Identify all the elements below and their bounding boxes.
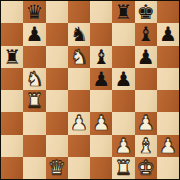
square-g1[interactable]: ♚ [135, 157, 157, 179]
black-pawn: ♟ [159, 23, 177, 45]
square-f1[interactable]: ♜ [112, 157, 134, 179]
square-f4[interactable] [112, 90, 134, 112]
square-b3[interactable] [23, 112, 45, 134]
white-knight: ♞ [25, 68, 43, 90]
chess-board: ♛♜♚♟♞♝♟♜♞♝♟♞♟♟♜♟♟♟♟♝♟♛♜♚ [0, 0, 180, 180]
black-rook: ♜ [114, 1, 132, 23]
square-e7[interactable] [90, 23, 112, 45]
white-pawn: ♟ [92, 112, 110, 134]
square-h4[interactable] [157, 90, 179, 112]
square-g7[interactable]: ♝ [135, 23, 157, 45]
square-e4[interactable] [90, 90, 112, 112]
white-pawn: ♟ [159, 135, 177, 157]
square-g2[interactable]: ♝ [135, 135, 157, 157]
square-f8[interactable]: ♜ [112, 1, 134, 23]
black-rook: ♜ [3, 46, 21, 68]
square-d5[interactable] [68, 68, 90, 90]
square-d4[interactable] [68, 90, 90, 112]
square-a2[interactable] [1, 135, 23, 157]
white-queen: ♛ [48, 157, 66, 179]
square-f5[interactable]: ♟ [112, 68, 134, 90]
square-a5[interactable] [1, 68, 23, 90]
square-g5[interactable] [135, 68, 157, 90]
square-c1[interactable]: ♛ [46, 157, 68, 179]
square-h1[interactable] [157, 157, 179, 179]
square-c4[interactable] [46, 90, 68, 112]
square-d2[interactable] [68, 135, 90, 157]
square-h3[interactable] [157, 112, 179, 134]
black-knight: ♞ [70, 23, 88, 45]
square-e1[interactable] [90, 157, 112, 179]
square-c7[interactable] [46, 23, 68, 45]
square-e6[interactable]: ♝ [90, 46, 112, 68]
black-king: ♚ [137, 1, 155, 23]
square-c6[interactable] [46, 46, 68, 68]
square-d1[interactable] [68, 157, 90, 179]
white-pawn: ♟ [70, 112, 88, 134]
square-b1[interactable] [23, 157, 45, 179]
square-a3[interactable] [1, 112, 23, 134]
square-g6[interactable]: ♟ [135, 46, 157, 68]
white-rook: ♜ [114, 157, 132, 179]
square-f3[interactable] [112, 112, 134, 134]
square-e2[interactable] [90, 135, 112, 157]
white-king: ♚ [137, 157, 155, 179]
square-f6[interactable] [112, 46, 134, 68]
square-c5[interactable] [46, 68, 68, 90]
white-pawn: ♟ [137, 112, 155, 134]
square-f2[interactable]: ♟ [112, 135, 134, 157]
square-c8[interactable] [46, 1, 68, 23]
white-rook: ♜ [25, 90, 43, 112]
square-e3[interactable]: ♟ [90, 112, 112, 134]
square-b7[interactable]: ♟ [23, 23, 45, 45]
black-pawn: ♟ [137, 46, 155, 68]
square-b4[interactable]: ♜ [23, 90, 45, 112]
square-a6[interactable]: ♜ [1, 46, 23, 68]
square-a4[interactable] [1, 90, 23, 112]
square-g8[interactable]: ♚ [135, 1, 157, 23]
square-h2[interactable]: ♟ [157, 135, 179, 157]
black-pawn: ♟ [92, 68, 110, 90]
white-pawn: ♟ [114, 135, 132, 157]
square-g4[interactable] [135, 90, 157, 112]
white-bishop: ♝ [137, 135, 155, 157]
square-a8[interactable] [1, 1, 23, 23]
black-bishop: ♝ [137, 23, 155, 45]
black-bishop: ♝ [92, 46, 110, 68]
square-c3[interactable] [46, 112, 68, 134]
square-h7[interactable]: ♟ [157, 23, 179, 45]
square-g3[interactable]: ♟ [135, 112, 157, 134]
square-e8[interactable] [90, 1, 112, 23]
square-h5[interactable] [157, 68, 179, 90]
square-d3[interactable]: ♟ [68, 112, 90, 134]
square-h8[interactable] [157, 1, 179, 23]
black-pawn: ♟ [25, 23, 43, 45]
square-b5[interactable]: ♞ [23, 68, 45, 90]
square-a1[interactable] [1, 157, 23, 179]
square-d6[interactable]: ♞ [68, 46, 90, 68]
square-d7[interactable]: ♞ [68, 23, 90, 45]
square-f7[interactable] [112, 23, 134, 45]
black-pawn: ♟ [114, 68, 132, 90]
white-knight: ♞ [70, 46, 88, 68]
square-a7[interactable] [1, 23, 23, 45]
square-h6[interactable] [157, 46, 179, 68]
square-d8[interactable] [68, 1, 90, 23]
square-b2[interactable] [23, 135, 45, 157]
square-e5[interactable]: ♟ [90, 68, 112, 90]
square-b6[interactable] [23, 46, 45, 68]
square-b8[interactable]: ♛ [23, 1, 45, 23]
black-queen: ♛ [25, 1, 43, 23]
square-c2[interactable] [46, 135, 68, 157]
